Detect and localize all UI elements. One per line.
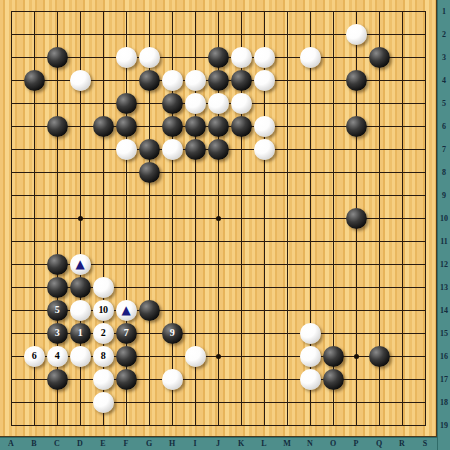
move-number-label: 10 <box>99 305 108 315</box>
stone-E15[interactable]: 2 <box>93 323 114 344</box>
move-number-label: 4 <box>55 351 60 361</box>
stone-D12[interactable]: ▲ <box>70 254 91 275</box>
column-label-N: N <box>299 438 322 450</box>
column-labels: ABCDEFGHIJKLMNOPQRS <box>0 438 437 450</box>
row-label-7: 7 <box>438 138 450 161</box>
stone-P6[interactable] <box>346 116 367 137</box>
stone-E14[interactable]: 10 <box>93 300 114 321</box>
stone-C16[interactable]: 4 <box>47 346 68 367</box>
stone-C6[interactable] <box>47 116 68 137</box>
stone-L7[interactable] <box>254 139 275 160</box>
stone-D16[interactable] <box>70 346 91 367</box>
column-label-L: L <box>253 438 276 450</box>
stone-J3[interactable] <box>208 47 229 68</box>
row-label-14: 14 <box>438 299 450 322</box>
stone-J6[interactable] <box>208 116 229 137</box>
stone-I7[interactable] <box>185 139 206 160</box>
stone-C13[interactable] <box>47 277 68 298</box>
stone-Q3[interactable] <box>369 47 390 68</box>
row-label-16: 16 <box>438 345 450 368</box>
stone-P2[interactable] <box>346 24 367 45</box>
row-label-17: 17 <box>438 368 450 391</box>
stone-C3[interactable] <box>47 47 68 68</box>
column-label-I: I <box>184 438 207 450</box>
column-label-R: R <box>391 438 414 450</box>
move-number-label: 5 <box>55 305 60 315</box>
stone-G4[interactable] <box>139 70 160 91</box>
stone-J5[interactable] <box>208 93 229 114</box>
stone-K4[interactable] <box>231 70 252 91</box>
stone-G3[interactable] <box>139 47 160 68</box>
stone-C14[interactable]: 5 <box>47 300 68 321</box>
stone-N15[interactable] <box>300 323 321 344</box>
stone-grid[interactable]: ▲510▲31279648 <box>0 0 437 437</box>
stone-C17[interactable] <box>47 369 68 390</box>
stone-H15[interactable]: 9 <box>162 323 183 344</box>
stone-F7[interactable] <box>116 139 137 160</box>
row-label-4: 4 <box>438 69 450 92</box>
stone-F14[interactable]: ▲ <box>116 300 137 321</box>
column-label-O: O <box>322 438 345 450</box>
stone-F17[interactable] <box>116 369 137 390</box>
goban[interactable]: ▲510▲31279648 <box>0 0 437 437</box>
move-number-label: 8 <box>101 351 106 361</box>
stone-E18[interactable] <box>93 392 114 413</box>
stone-L4[interactable] <box>254 70 275 91</box>
row-label-10: 10 <box>438 207 450 230</box>
row-label-19: 19 <box>438 414 450 437</box>
move-number-label: 1 <box>78 328 83 338</box>
column-label-C: C <box>46 438 69 450</box>
stone-K6[interactable] <box>231 116 252 137</box>
triangle-marker-icon: ▲ <box>121 304 130 316</box>
row-label-6: 6 <box>438 115 450 138</box>
stone-G14[interactable] <box>139 300 160 321</box>
stone-P10[interactable] <box>346 208 367 229</box>
column-label-H: H <box>161 438 184 450</box>
stone-F3[interactable] <box>116 47 137 68</box>
column-label-P: P <box>345 438 368 450</box>
stone-D14[interactable] <box>70 300 91 321</box>
stone-D4[interactable] <box>70 70 91 91</box>
column-label-A: A <box>0 438 23 450</box>
stone-H6[interactable] <box>162 116 183 137</box>
stone-J7[interactable] <box>208 139 229 160</box>
stone-C15[interactable]: 3 <box>47 323 68 344</box>
row-label-9: 9 <box>438 184 450 207</box>
row-label-11: 11 <box>438 230 450 253</box>
stone-N3[interactable] <box>300 47 321 68</box>
stone-E16[interactable]: 8 <box>93 346 114 367</box>
column-label-E: E <box>92 438 115 450</box>
stone-B16[interactable]: 6 <box>24 346 45 367</box>
triangle-marker-icon: ▲ <box>75 258 84 270</box>
stone-G7[interactable] <box>139 139 160 160</box>
row-label-8: 8 <box>438 161 450 184</box>
move-number-label: 2 <box>101 328 106 338</box>
stone-I6[interactable] <box>185 116 206 137</box>
stone-G8[interactable] <box>139 162 160 183</box>
column-label-G: G <box>138 438 161 450</box>
move-number-label: 3 <box>55 328 60 338</box>
column-label-B: B <box>23 438 46 450</box>
stone-H7[interactable] <box>162 139 183 160</box>
stone-O17[interactable] <box>323 369 344 390</box>
row-labels: 12345678910111213141516171819 <box>438 0 450 437</box>
stone-E17[interactable] <box>93 369 114 390</box>
move-number-label: 6 <box>32 351 37 361</box>
stone-K5[interactable] <box>231 93 252 114</box>
column-label-J: J <box>207 438 230 450</box>
move-number-label: 9 <box>170 328 175 338</box>
stone-E13[interactable] <box>93 277 114 298</box>
stone-F5[interactable] <box>116 93 137 114</box>
column-label-D: D <box>69 438 92 450</box>
column-label-M: M <box>276 438 299 450</box>
stone-F15[interactable]: 7 <box>116 323 137 344</box>
stone-Q16[interactable] <box>369 346 390 367</box>
row-label-12: 12 <box>438 253 450 276</box>
go-board-screenshot: ▲510▲31279648 ABCDEFGHIJKLMNOPQRS 123456… <box>0 0 450 450</box>
move-number-label: 7 <box>124 328 129 338</box>
stone-E6[interactable] <box>93 116 114 137</box>
column-label-K: K <box>230 438 253 450</box>
stone-H17[interactable] <box>162 369 183 390</box>
stone-O16[interactable] <box>323 346 344 367</box>
row-label-5: 5 <box>438 92 450 115</box>
row-coordinate-strip: 12345678910111213141516171819 <box>437 0 450 450</box>
row-label-13: 13 <box>438 276 450 299</box>
stone-P4[interactable] <box>346 70 367 91</box>
row-label-1: 1 <box>438 0 450 23</box>
stone-F16[interactable] <box>116 346 137 367</box>
column-coordinate-strip: ABCDEFGHIJKLMNOPQRS <box>0 437 450 450</box>
stone-I4[interactable] <box>185 70 206 91</box>
stone-I16[interactable] <box>185 346 206 367</box>
column-label-Q: Q <box>368 438 391 450</box>
stone-N16[interactable] <box>300 346 321 367</box>
stone-H4[interactable] <box>162 70 183 91</box>
stone-D13[interactable] <box>70 277 91 298</box>
stone-K3[interactable] <box>231 47 252 68</box>
stone-F6[interactable] <box>116 116 137 137</box>
stone-L3[interactable] <box>254 47 275 68</box>
stone-I5[interactable] <box>185 93 206 114</box>
stone-H5[interactable] <box>162 93 183 114</box>
row-label-18: 18 <box>438 391 450 414</box>
stone-B4[interactable] <box>24 70 45 91</box>
stone-C12[interactable] <box>47 254 68 275</box>
stone-D15[interactable]: 1 <box>70 323 91 344</box>
row-label-2: 2 <box>438 23 450 46</box>
stone-J4[interactable] <box>208 70 229 91</box>
row-label-15: 15 <box>438 322 450 345</box>
stone-N17[interactable] <box>300 369 321 390</box>
column-label-F: F <box>115 438 138 450</box>
row-label-3: 3 <box>438 46 450 69</box>
column-label-S: S <box>414 438 437 450</box>
stone-L6[interactable] <box>254 116 275 137</box>
